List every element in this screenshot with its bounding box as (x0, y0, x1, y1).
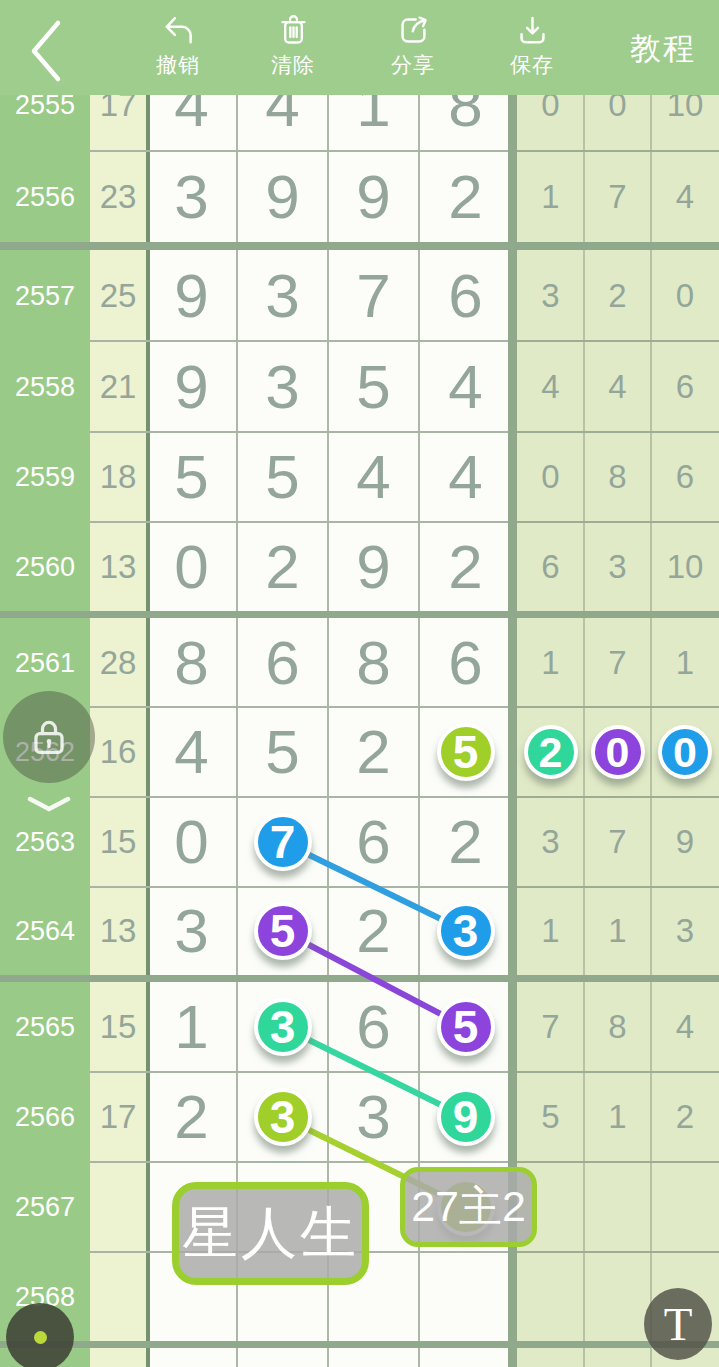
marker-dot-icon (34, 1331, 47, 1344)
mark-circle-green[interactable]: 9 (437, 1088, 495, 1146)
lottery-trend-app: 2555174418001025562339921742557259376320… (0, 0, 719, 1367)
mark-circle-yellowgreen[interactable]: 5 (437, 723, 495, 781)
mark-circle-blue[interactable]: 3 (437, 902, 495, 960)
undo-icon (161, 13, 196, 48)
chevron-left-icon (26, 18, 66, 84)
text-tool-button[interactable]: T (644, 1288, 712, 1360)
mark-circle-blue[interactable]: 0 (658, 725, 712, 779)
trash-icon (276, 13, 311, 48)
share-icon (396, 13, 431, 48)
toolbar: 撤销 清除 分享 (0, 0, 719, 95)
mark-circle-purple[interactable]: 0 (591, 725, 645, 779)
tutorial-button[interactable]: 教程 (615, 28, 711, 70)
marker-tool-button[interactable] (6, 1303, 74, 1367)
mark-circles-layer: 52007533539 (0, 0, 719, 1367)
mark-circle-yellowgreen[interactable]: 3 (254, 1088, 312, 1146)
clear-label: 清除 (250, 51, 336, 79)
share-button[interactable]: 分享 (370, 13, 456, 79)
undo-button[interactable]: 撤销 (135, 13, 221, 79)
lock-icon (26, 714, 72, 760)
save-button[interactable]: 保存 (489, 13, 575, 79)
mark-circle-purple[interactable]: 5 (254, 902, 312, 960)
collapse-chevron-icon[interactable] (26, 796, 72, 818)
mark-circle-green[interactable]: 2 (524, 725, 578, 779)
watermark-label: 星人生 (172, 1182, 369, 1285)
mark-circle-blue[interactable]: 7 (254, 813, 312, 871)
annotation-tag[interactable]: 27主2 (400, 1167, 537, 1247)
clear-button[interactable]: 清除 (250, 13, 336, 79)
undo-label: 撤销 (135, 51, 221, 79)
lock-button[interactable] (3, 691, 95, 783)
mark-circle-purple[interactable]: 5 (437, 998, 495, 1056)
mark-circle-green[interactable]: 3 (254, 998, 312, 1056)
share-label: 分享 (370, 51, 456, 79)
back-button[interactable] (26, 18, 66, 84)
save-label: 保存 (489, 51, 575, 79)
save-icon (515, 13, 550, 48)
